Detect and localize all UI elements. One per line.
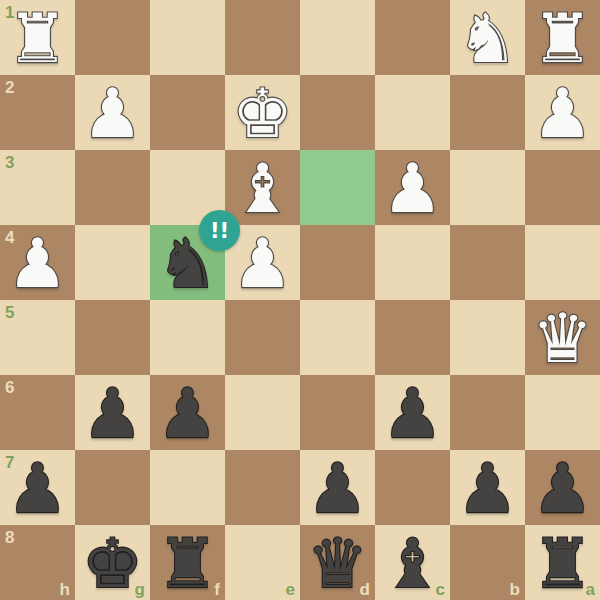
square-d7[interactable]: ♟ <box>300 450 375 525</box>
rank-label-5: 5 <box>5 304 14 321</box>
square-g2[interactable]: ♟ <box>75 75 150 150</box>
square-f1[interactable] <box>150 0 225 75</box>
file-label-a: a <box>586 581 595 598</box>
square-a7[interactable]: ♟ <box>525 450 600 525</box>
square-b1[interactable]: ♞ <box>450 0 525 75</box>
piece-black-pawn[interactable]: ♟ <box>300 450 375 525</box>
piece-white-pawn[interactable]: ♟ <box>75 75 150 150</box>
piece-white-knight[interactable]: ♞ <box>450 0 525 75</box>
square-g6[interactable]: ♟ <box>75 375 150 450</box>
square-a5[interactable]: ♛ <box>525 300 600 375</box>
square-b4[interactable] <box>450 225 525 300</box>
file-label-f: f <box>214 581 220 598</box>
square-d6[interactable] <box>300 375 375 450</box>
rank-label-2: 2 <box>5 79 14 96</box>
square-d4[interactable] <box>300 225 375 300</box>
square-b8[interactable]: b <box>450 525 525 600</box>
square-h5[interactable]: 5 <box>0 300 75 375</box>
file-label-c: c <box>436 581 445 598</box>
piece-white-king[interactable]: ♚ <box>225 75 300 150</box>
square-f7[interactable] <box>150 450 225 525</box>
rank-label-8: 8 <box>5 529 14 546</box>
square-e5[interactable] <box>225 300 300 375</box>
square-h7[interactable]: 7♟ <box>0 450 75 525</box>
square-a8[interactable]: a♜ <box>525 525 600 600</box>
piece-black-pawn[interactable]: ♟ <box>150 375 225 450</box>
piece-black-pawn[interactable]: ♟ <box>375 375 450 450</box>
square-a2[interactable]: ♟ <box>525 75 600 150</box>
piece-white-pawn[interactable]: ♟ <box>375 150 450 225</box>
square-d8[interactable]: d♛ <box>300 525 375 600</box>
square-d3[interactable] <box>300 150 375 225</box>
file-label-g: g <box>135 581 145 598</box>
square-c2[interactable] <box>375 75 450 150</box>
square-a1[interactable]: ♜ <box>525 0 600 75</box>
square-h6[interactable]: 6 <box>0 375 75 450</box>
rank-label-6: 6 <box>5 379 14 396</box>
chess-board-container: 1♜♞♜2♟♚♟3♝♟4♟♞♟5♛6♟♟♟7♟♟♟♟8hg♚f♜ed♛c♝ba♜… <box>0 0 600 600</box>
square-g3[interactable] <box>75 150 150 225</box>
square-d2[interactable] <box>300 75 375 150</box>
square-h4[interactable]: 4♟ <box>0 225 75 300</box>
piece-white-pawn[interactable]: ♟ <box>525 75 600 150</box>
rank-label-7: 7 <box>5 454 14 471</box>
square-e6[interactable] <box>225 375 300 450</box>
square-c1[interactable] <box>375 0 450 75</box>
piece-white-bishop[interactable]: ♝ <box>225 150 300 225</box>
square-c4[interactable] <box>375 225 450 300</box>
file-label-d: d <box>360 581 370 598</box>
square-h1[interactable]: 1♜ <box>0 0 75 75</box>
square-b3[interactable] <box>450 150 525 225</box>
square-h3[interactable]: 3 <box>0 150 75 225</box>
square-h2[interactable]: 2 <box>0 75 75 150</box>
rank-label-4: 4 <box>5 229 14 246</box>
square-c3[interactable]: ♟ <box>375 150 450 225</box>
piece-white-rook[interactable]: ♜ <box>525 0 600 75</box>
file-label-h: h <box>60 581 70 598</box>
square-a4[interactable] <box>525 225 600 300</box>
square-c5[interactable] <box>375 300 450 375</box>
square-g7[interactable] <box>75 450 150 525</box>
chess-board[interactable]: 1♜♞♜2♟♚♟3♝♟4♟♞♟5♛6♟♟♟7♟♟♟♟8hg♚f♜ed♛c♝ba♜ <box>0 0 600 600</box>
square-f8[interactable]: f♜ <box>150 525 225 600</box>
file-label-b: b <box>510 581 520 598</box>
square-a3[interactable] <box>525 150 600 225</box>
square-f2[interactable] <box>150 75 225 150</box>
square-f5[interactable] <box>150 300 225 375</box>
piece-black-pawn[interactable]: ♟ <box>75 375 150 450</box>
square-b5[interactable] <box>450 300 525 375</box>
square-b6[interactable] <box>450 375 525 450</box>
rank-label-3: 3 <box>5 154 14 171</box>
brilliant-move-badge: !! <box>199 210 240 251</box>
square-g8[interactable]: g♚ <box>75 525 150 600</box>
square-g5[interactable] <box>75 300 150 375</box>
square-e3[interactable]: ♝ <box>225 150 300 225</box>
piece-black-pawn[interactable]: ♟ <box>450 450 525 525</box>
square-c6[interactable]: ♟ <box>375 375 450 450</box>
piece-white-queen[interactable]: ♛ <box>525 300 600 375</box>
file-label-e: e <box>286 581 295 598</box>
square-c8[interactable]: c♝ <box>375 525 450 600</box>
square-h8[interactable]: 8h <box>0 525 75 600</box>
square-e2[interactable]: ♚ <box>225 75 300 150</box>
square-b7[interactable]: ♟ <box>450 450 525 525</box>
square-a6[interactable] <box>525 375 600 450</box>
square-d1[interactable] <box>300 0 375 75</box>
square-g4[interactable] <box>75 225 150 300</box>
square-e7[interactable] <box>225 450 300 525</box>
square-g1[interactable] <box>75 0 150 75</box>
square-e8[interactable]: e <box>225 525 300 600</box>
square-e1[interactable] <box>225 0 300 75</box>
square-b2[interactable] <box>450 75 525 150</box>
square-d5[interactable] <box>300 300 375 375</box>
square-f6[interactable]: ♟ <box>150 375 225 450</box>
square-c7[interactable] <box>375 450 450 525</box>
rank-label-1: 1 <box>5 4 14 21</box>
piece-black-pawn[interactable]: ♟ <box>525 450 600 525</box>
